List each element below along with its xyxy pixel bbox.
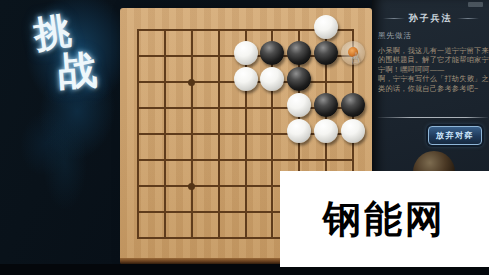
watermark-text: 钢能网 — [323, 194, 446, 245]
game-screen: 挑 战 ☝ 孙子兵法 黑先做活 小呆啊，我这儿有一道宁宁留下来 的围棋题目。解了… — [0, 0, 489, 275]
description-line: 的围棋题目。解了它才能帮咱家宁 — [378, 55, 486, 64]
puzzle-description: 小呆啊，我这儿有一道宁宁留下来 的围棋题目。解了它才能帮咱家宁 宁啊！嘿呵呵呵—… — [378, 46, 486, 93]
description-line: 类的话，你就自己参考参考吧~ — [378, 84, 486, 93]
black-stone — [314, 41, 338, 65]
description-line: 小呆啊，我这儿有一道宁宁留下来 — [378, 46, 486, 55]
black-stone — [260, 41, 284, 65]
white-stone — [341, 119, 365, 143]
abandon-game-button-label: 放弃对弈 — [436, 130, 474, 141]
description-line: 宁啊！嘿呵呵呵—— — [378, 65, 486, 74]
move-cursor-marker[interactable]: ☝ — [341, 41, 365, 65]
white-stone — [314, 119, 338, 143]
black-stone — [314, 93, 338, 117]
white-stone — [287, 93, 311, 117]
corner-badge — [468, 2, 483, 7]
puzzle-series-title: 孙子兵法 — [409, 12, 453, 25]
white-stone — [314, 15, 338, 39]
abandon-game-button[interactable]: 放弃对弈 — [428, 126, 482, 145]
panel-title-row: 孙子兵法 — [372, 12, 489, 24]
white-stone — [234, 41, 258, 65]
white-stone — [260, 67, 284, 91]
watermark-overlay: 钢能网 — [280, 171, 489, 267]
white-stone — [234, 67, 258, 91]
star-point — [188, 79, 195, 86]
black-stone — [287, 67, 311, 91]
grid-line-horizontal — [137, 159, 354, 161]
description-line: 啊，宁宁有写什么「打劫失败」之 — [378, 74, 486, 83]
puzzle-objective-label: 黑先做活 — [378, 31, 412, 41]
black-stone — [287, 41, 311, 65]
title-decor-line-right — [457, 18, 479, 19]
panel-divider — [378, 117, 488, 118]
title-decor-line-left — [383, 18, 405, 19]
challenge-label-char-2: 战 — [56, 43, 99, 100]
hand-cursor-icon: ☝ — [349, 49, 361, 67]
black-stone — [341, 93, 365, 117]
white-stone — [287, 119, 311, 143]
star-point — [188, 183, 195, 190]
ink-tendril-art — [30, 118, 100, 268]
